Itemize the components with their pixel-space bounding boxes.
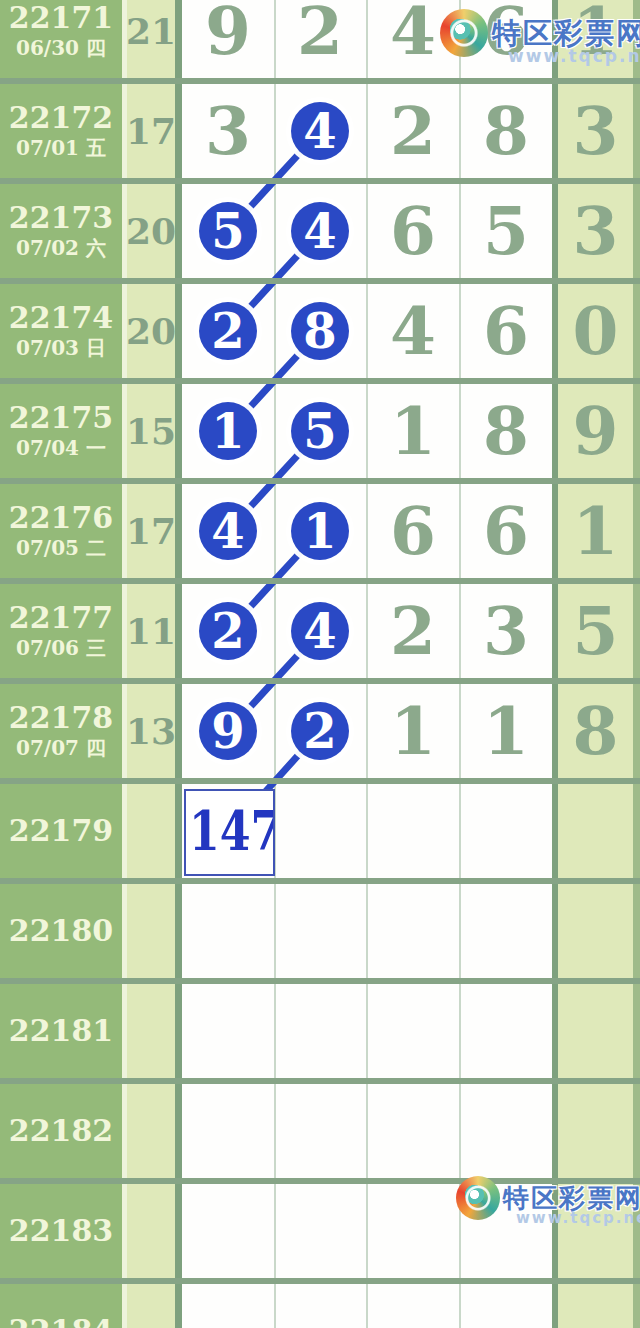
issue-label-cell: 22182 <box>0 1084 122 1178</box>
issue-label-cell: 2217507/04 一 <box>0 384 122 478</box>
draw-date: 07/06 三 <box>16 636 106 660</box>
digit-value: 9 <box>182 0 274 78</box>
tail-value: 3 <box>558 84 633 178</box>
issue-number: 22178 <box>9 702 113 734</box>
row-border <box>0 578 640 584</box>
digit-value: 5 <box>460 184 552 278</box>
site-url: www.tqcp.net <box>516 1209 640 1227</box>
circled-digit: 5 <box>199 202 257 260</box>
issue-label-cell: 22184 <box>0 1284 122 1328</box>
circled-digit: 2 <box>199 302 257 360</box>
issue-label-cell: 2217106/30 四 <box>0 0 122 78</box>
issue-label-cell: 22180 <box>0 884 122 978</box>
digit-value: 4 <box>367 284 459 378</box>
digit-value: 6 <box>460 484 552 578</box>
prediction-box[interactable]: 147 <box>184 789 275 876</box>
digit-value: 3 <box>460 584 552 678</box>
tail-value: 8 <box>558 684 633 778</box>
row-border <box>0 778 640 784</box>
draw-date: 07/03 日 <box>16 336 106 360</box>
issue-number: 22182 <box>9 1115 113 1147</box>
issue-label-cell: 2217807/07 四 <box>0 684 122 778</box>
sum-value: 15 <box>127 384 175 478</box>
row-border <box>0 1278 640 1284</box>
issue-number: 22177 <box>9 602 113 634</box>
issue-number: 22173 <box>9 202 113 234</box>
rows-layer: 2217106/30 四21924612217207/01 五173428322… <box>0 0 640 1328</box>
sum-value: 21 <box>127 0 175 78</box>
digit-value: 1 <box>460 684 552 778</box>
issue-label-cell: 2217707/06 三 <box>0 584 122 678</box>
digit-value: 6 <box>367 484 459 578</box>
sum-value: 20 <box>127 184 175 278</box>
row-border <box>0 478 640 484</box>
tail-value: 9 <box>558 384 633 478</box>
row-border <box>0 878 640 884</box>
site-logo-spiral-icon <box>456 1176 500 1220</box>
row-border <box>0 1078 640 1084</box>
prediction-value: 147 <box>189 791 275 871</box>
tail-value: 5 <box>558 584 633 678</box>
issue-label-cell: 2217607/05 二 <box>0 484 122 578</box>
digit-value: 8 <box>460 384 552 478</box>
issue-label-cell: 22179 <box>0 784 122 878</box>
issue-number: 22176 <box>9 502 113 534</box>
digit-value: 2 <box>274 0 366 78</box>
issue-number: 22172 <box>9 102 113 134</box>
draw-date: 07/05 二 <box>16 536 106 560</box>
draw-date: 07/04 一 <box>16 436 106 460</box>
site-logo-spiral-icon <box>440 9 488 57</box>
issue-label-cell: 2217307/02 六 <box>0 184 122 278</box>
circled-digit: 8 <box>291 302 349 360</box>
row-border <box>0 978 640 984</box>
digit-value: 8 <box>460 84 552 178</box>
digit-value: 3 <box>182 84 274 178</box>
circled-digit: 1 <box>199 402 257 460</box>
draw-date: 06/30 四 <box>16 36 106 60</box>
sum-value: 17 <box>127 484 175 578</box>
circled-digit: 1 <box>291 502 349 560</box>
circled-digit: 9 <box>199 702 257 760</box>
issue-number: 22184 <box>9 1315 113 1328</box>
sum-value: 20 <box>127 284 175 378</box>
issue-number: 22183 <box>9 1215 113 1247</box>
circled-digit: 4 <box>199 502 257 560</box>
tail-value: 1 <box>558 484 633 578</box>
row-border <box>0 78 640 84</box>
issue-number: 22174 <box>9 302 113 334</box>
row-border <box>0 378 640 384</box>
circled-digit: 5 <box>291 402 349 460</box>
circled-digit: 4 <box>291 202 349 260</box>
digit-value: 1 <box>367 684 459 778</box>
digit-value: 2 <box>367 584 459 678</box>
digit-value: 6 <box>460 284 552 378</box>
issue-number: 22181 <box>9 1015 113 1047</box>
tail-value: 0 <box>558 284 633 378</box>
row-border <box>0 278 640 284</box>
row-border <box>0 678 640 684</box>
circled-digit: 4 <box>291 102 349 160</box>
draw-date: 07/02 六 <box>16 236 106 260</box>
issue-number: 22171 <box>9 2 113 34</box>
site-url: www.tqcp.net <box>508 46 640 66</box>
issue-label-cell: 2217207/01 五 <box>0 84 122 178</box>
digit-value: 2 <box>367 84 459 178</box>
sum-value: 11 <box>127 584 175 678</box>
circled-digit: 2 <box>199 602 257 660</box>
digit-value: 6 <box>367 184 459 278</box>
issue-number: 22179 <box>9 815 113 847</box>
draw-date: 07/07 四 <box>16 736 106 760</box>
digit-value: 1 <box>367 384 459 478</box>
issue-label-cell: 22181 <box>0 984 122 1078</box>
issue-label-cell: 2217407/03 日 <box>0 284 122 378</box>
circled-digit: 4 <box>291 602 349 660</box>
issue-number: 22175 <box>9 402 113 434</box>
issue-label-cell: 22183 <box>0 1184 122 1278</box>
row-border <box>0 178 640 184</box>
issue-number: 22180 <box>9 915 113 947</box>
sum-value: 13 <box>127 684 175 778</box>
tail-value: 3 <box>558 184 633 278</box>
sum-value: 17 <box>127 84 175 178</box>
draw-date: 07/01 五 <box>16 136 106 160</box>
circled-digit: 2 <box>291 702 349 760</box>
lottery-trend-chart: 2217106/30 四21924612217207/01 五173428322… <box>0 0 640 1328</box>
